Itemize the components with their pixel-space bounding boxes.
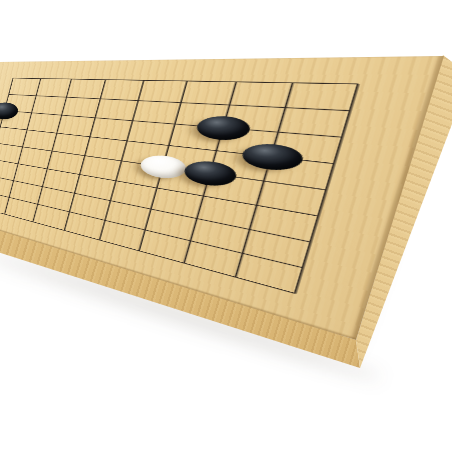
grid-line [236,83,293,277]
photo-canvas [0,0,452,452]
grid-line [13,78,358,84]
grid-line [33,79,71,222]
grid-line [0,78,13,207]
grid-line [0,175,311,242]
grid-line [5,79,41,215]
grid-line [295,84,358,294]
grid-line [100,80,144,240]
grid-line [64,80,105,231]
